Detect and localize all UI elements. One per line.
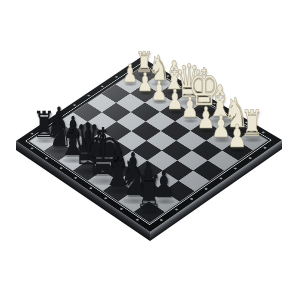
frame-rivet-dot bbox=[263, 147, 267, 149]
frame-rivet-dot bbox=[120, 208, 124, 211]
frame-rivet-dot bbox=[248, 157, 252, 159]
frame-rivet-dot bbox=[135, 218, 139, 221]
frame-rivet-dot bbox=[59, 167, 63, 169]
chess-set-photo: ♜♞♝♛♚♝♞♜♟♟♟♟♟♟♟♟♟♟♟♟♟♟♟♟♜♞♝♛♚♝♞♜ bbox=[0, 0, 290, 290]
frame-rivet-dot bbox=[30, 147, 33, 149]
white-pawn: ♟ bbox=[228, 121, 248, 152]
frame-rivet-dot bbox=[190, 198, 194, 201]
frame-rivet-dot bbox=[204, 188, 208, 191]
white-pawn: ♟ bbox=[122, 61, 138, 86]
frame-rivet-dot bbox=[219, 177, 223, 180]
frame-rivet-dot bbox=[234, 167, 238, 169]
frame-rivet-dot bbox=[175, 208, 179, 211]
white-pawn: ♟ bbox=[151, 78, 168, 105]
frame-rivet-dot bbox=[45, 157, 49, 159]
black-rook: ♜ bbox=[135, 170, 163, 214]
frame-rivet-dot bbox=[160, 219, 164, 222]
